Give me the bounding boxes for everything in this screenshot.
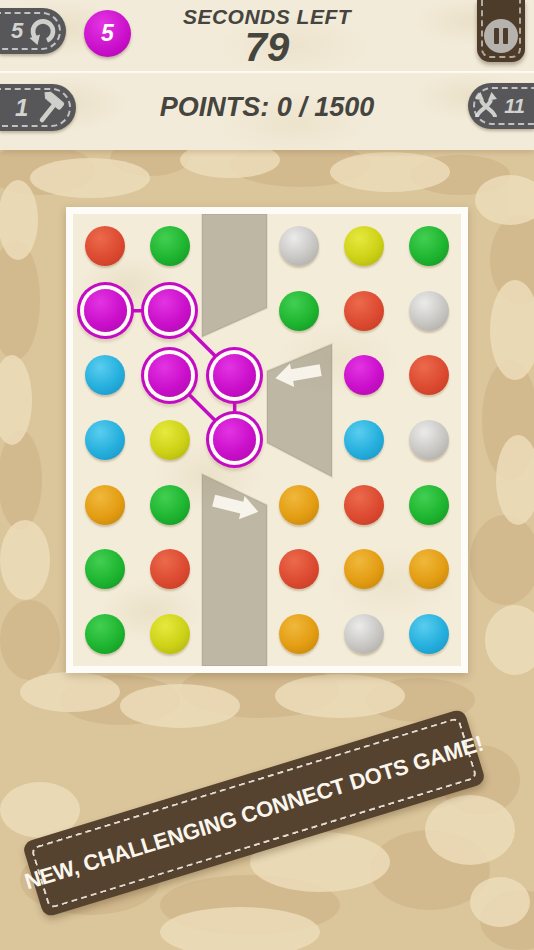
points-text: POINTS: 0 / 1500 xyxy=(0,92,534,123)
dot-yellow[interactable] xyxy=(344,226,384,266)
dot-cell xyxy=(73,214,138,279)
dot-magenta-selected[interactable] xyxy=(84,289,127,332)
dot-orange[interactable] xyxy=(409,549,449,589)
covered-cell xyxy=(202,601,267,666)
undo-icon xyxy=(26,15,58,47)
dot-magenta-selected[interactable] xyxy=(148,354,191,397)
dot-cell xyxy=(396,537,461,602)
dot-green[interactable] xyxy=(409,226,449,266)
dot-cell xyxy=(267,601,332,666)
dot-red[interactable] xyxy=(409,355,449,395)
covered-cell xyxy=(267,408,332,473)
dot-cell xyxy=(332,343,397,408)
dot-silver[interactable] xyxy=(409,420,449,460)
dot-cyan[interactable] xyxy=(344,420,384,460)
dot-cell xyxy=(267,472,332,537)
covered-cell xyxy=(202,279,267,344)
dot-orange[interactable] xyxy=(279,614,319,654)
chain-count-badge: 5 xyxy=(84,10,131,57)
dot-orange[interactable] xyxy=(344,549,384,589)
dot-red[interactable] xyxy=(279,549,319,589)
pause-icon xyxy=(484,19,518,53)
dot-cell xyxy=(138,408,203,473)
dot-cell xyxy=(267,214,332,279)
shuffle-count: 11 xyxy=(504,95,525,118)
dot-cell xyxy=(138,279,203,344)
covered-cell xyxy=(202,472,267,537)
dot-cell xyxy=(396,214,461,279)
shuffle-button[interactable]: 11 xyxy=(468,83,534,129)
hammer-button[interactable]: 1 xyxy=(0,84,76,131)
dot-magenta-selected[interactable] xyxy=(148,289,191,332)
dot-green[interactable] xyxy=(85,614,125,654)
dot-cell xyxy=(332,408,397,473)
dot-red[interactable] xyxy=(85,226,125,266)
dot-green[interactable] xyxy=(150,226,190,266)
dot-cell xyxy=(396,343,461,408)
pause-button[interactable] xyxy=(477,0,525,62)
dot-silver[interactable] xyxy=(409,291,449,331)
dot-red[interactable] xyxy=(150,549,190,589)
dot-magenta-selected[interactable] xyxy=(213,354,256,397)
dot-cell xyxy=(138,343,203,408)
dot-cell xyxy=(73,537,138,602)
dot-yellow[interactable] xyxy=(150,614,190,654)
dot-red[interactable] xyxy=(344,291,384,331)
dot-cell xyxy=(73,279,138,344)
dot-cell xyxy=(138,537,203,602)
dot-cell xyxy=(267,537,332,602)
dot-magenta[interactable] xyxy=(344,355,384,395)
dot-cell xyxy=(332,537,397,602)
hammer-count: 1 xyxy=(15,94,28,122)
board-inner xyxy=(73,214,461,666)
dot-cyan[interactable] xyxy=(85,420,125,460)
dot-silver[interactable] xyxy=(279,226,319,266)
undo-count: 5 xyxy=(11,18,23,44)
dot-cell xyxy=(73,343,138,408)
dots-grid xyxy=(73,214,461,666)
dot-cell xyxy=(138,214,203,279)
dot-orange[interactable] xyxy=(279,485,319,525)
dot-cell xyxy=(138,601,203,666)
game-screen: SECONDS LEFT 79 POINTS: 0 / 1500 5 5 1 xyxy=(0,0,534,950)
dot-cell xyxy=(396,472,461,537)
dot-cell xyxy=(396,408,461,473)
dot-green[interactable] xyxy=(85,549,125,589)
dot-cell xyxy=(332,472,397,537)
dot-cyan[interactable] xyxy=(409,614,449,654)
dot-red[interactable] xyxy=(344,485,384,525)
dot-cell xyxy=(267,279,332,344)
dot-green[interactable] xyxy=(409,485,449,525)
dot-cell xyxy=(138,472,203,537)
dot-orange[interactable] xyxy=(85,485,125,525)
dot-cell xyxy=(73,601,138,666)
dot-silver[interactable] xyxy=(344,614,384,654)
timer-value: 79 xyxy=(0,25,534,70)
covered-cell xyxy=(267,343,332,408)
dot-cell xyxy=(332,601,397,666)
shuffle-icon xyxy=(471,91,501,121)
dot-cell xyxy=(332,279,397,344)
chain-count: 5 xyxy=(101,20,114,47)
dot-cell xyxy=(73,408,138,473)
hammer-icon xyxy=(33,91,67,125)
covered-cell xyxy=(202,537,267,602)
dot-green[interactable] xyxy=(150,485,190,525)
dot-green[interactable] xyxy=(279,291,319,331)
undo-button[interactable]: 5 xyxy=(0,8,66,54)
dot-cell xyxy=(73,472,138,537)
dot-cell xyxy=(332,214,397,279)
covered-cell xyxy=(202,214,267,279)
dot-cyan[interactable] xyxy=(85,355,125,395)
board xyxy=(66,207,468,673)
dot-cell xyxy=(396,601,461,666)
dot-cell xyxy=(396,279,461,344)
dot-cell xyxy=(202,408,267,473)
dot-yellow[interactable] xyxy=(150,420,190,460)
dot-cell xyxy=(202,343,267,408)
dot-magenta-selected[interactable] xyxy=(213,418,256,461)
